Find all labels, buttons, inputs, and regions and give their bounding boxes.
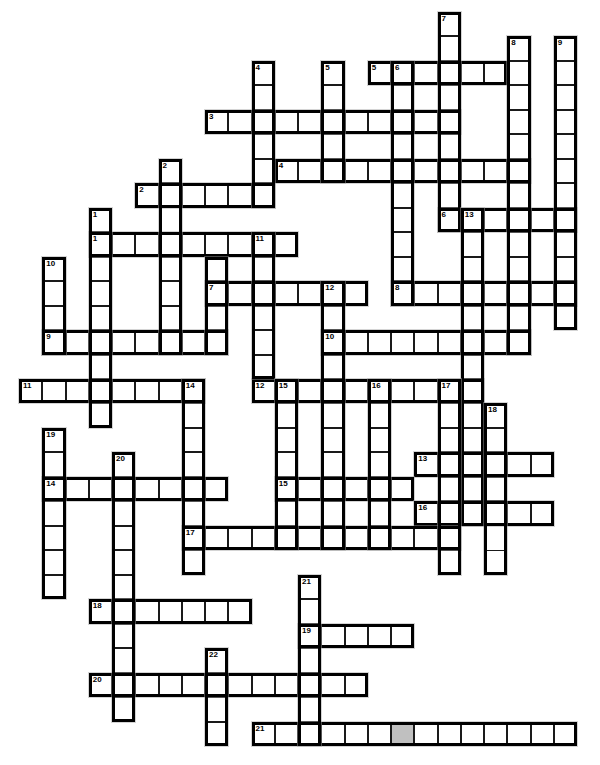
puzzle-cell[interactable]	[252, 379, 275, 403]
puzzle-cell[interactable]	[135, 330, 158, 354]
puzzle-cell[interactable]	[461, 452, 484, 476]
puzzle-cell[interactable]	[414, 159, 437, 183]
puzzle-cell[interactable]	[368, 501, 391, 525]
puzzle-cell[interactable]	[391, 330, 414, 354]
puzzle-cell[interactable]	[205, 183, 228, 207]
puzzle-cell[interactable]	[42, 281, 65, 305]
puzzle-cell[interactable]	[321, 428, 344, 452]
puzzle-cell[interactable]	[42, 330, 65, 354]
puzzle-cell[interactable]	[438, 722, 461, 746]
puzzle-cell[interactable]	[252, 85, 275, 109]
puzzle-cell[interactable]	[484, 722, 507, 746]
puzzle-cell[interactable]	[89, 330, 112, 354]
puzzle-cell[interactable]	[159, 257, 182, 281]
puzzle-cell[interactable]	[368, 624, 391, 648]
puzzle-cell[interactable]	[391, 379, 414, 403]
puzzle-cell[interactable]	[554, 281, 577, 305]
puzzle-cell[interactable]	[554, 183, 577, 207]
crossword-board: 7894556324216131111071289101114121516171…	[0, 0, 600, 765]
puzzle-cell[interactable]	[321, 159, 344, 183]
puzzle-cell[interactable]	[228, 183, 251, 207]
puzzle-cell[interactable]	[321, 110, 344, 134]
puzzle-cell[interactable]	[461, 722, 484, 746]
puzzle-cell[interactable]	[135, 599, 158, 623]
puzzle-cell[interactable]	[159, 159, 182, 183]
puzzle-cell[interactable]	[182, 526, 205, 550]
puzzle-cell[interactable]	[484, 550, 507, 574]
puzzle-cell[interactable]	[438, 208, 461, 232]
puzzle-cell[interactable]	[112, 379, 135, 403]
puzzle-cell[interactable]	[135, 232, 158, 256]
puzzle-cell[interactable]	[42, 526, 65, 550]
puzzle-cell[interactable]	[159, 477, 182, 501]
puzzle-cell[interactable]	[275, 501, 298, 525]
puzzle-cell[interactable]	[321, 526, 344, 550]
puzzle-cell[interactable]	[438, 550, 461, 574]
puzzle-cell[interactable]	[438, 61, 461, 85]
puzzle-cell[interactable]	[298, 697, 321, 721]
puzzle-cell[interactable]	[42, 477, 65, 501]
puzzle-cell[interactable]	[391, 208, 414, 232]
puzzle-cell[interactable]	[531, 281, 554, 305]
puzzle-cell[interactable]	[461, 232, 484, 256]
puzzle-cell[interactable]	[182, 599, 205, 623]
puzzle-cell[interactable]	[298, 624, 321, 648]
puzzle-cell[interactable]	[205, 648, 228, 672]
puzzle-cell[interactable]	[438, 526, 461, 550]
puzzle-cell[interactable]	[391, 85, 414, 109]
puzzle-cell[interactable]	[391, 61, 414, 85]
puzzle-cell[interactable]	[321, 477, 344, 501]
puzzle-cell[interactable]	[205, 257, 228, 281]
puzzle-cell[interactable]	[89, 355, 112, 379]
puzzle-cell[interactable]	[252, 722, 275, 746]
puzzle-cell[interactable]	[182, 673, 205, 697]
puzzle-cell[interactable]	[345, 159, 368, 183]
puzzle-cell[interactable]	[391, 624, 414, 648]
puzzle-cell[interactable]	[368, 428, 391, 452]
puzzle-cell[interactable]	[438, 183, 461, 207]
puzzle-cell[interactable]	[321, 85, 344, 109]
puzzle-cell[interactable]	[484, 501, 507, 525]
puzzle-cell[interactable]	[275, 110, 298, 134]
puzzle-cell[interactable]	[484, 428, 507, 452]
puzzle-cell[interactable]	[461, 281, 484, 305]
puzzle-cell[interactable]	[438, 36, 461, 60]
puzzle-cell[interactable]	[368, 526, 391, 550]
puzzle-cell[interactable]	[507, 306, 530, 330]
puzzle-cell[interactable]	[159, 232, 182, 256]
puzzle-cell[interactable]	[507, 159, 530, 183]
puzzle-cell[interactable]	[507, 257, 530, 281]
puzzle-cell[interactable]	[252, 330, 275, 354]
puzzle-cell[interactable]	[275, 428, 298, 452]
puzzle-cell[interactable]	[461, 501, 484, 525]
crossword-puzzle-page: 7894556324216131111071289101114121516171…	[0, 0, 600, 765]
puzzle-cell[interactable]	[507, 281, 530, 305]
puzzle-cell[interactable]	[345, 281, 368, 305]
puzzle-cell[interactable]	[66, 379, 89, 403]
puzzle-cell[interactable]	[438, 110, 461, 134]
puzzle-cell[interactable]	[66, 330, 89, 354]
puzzle-cell[interactable]	[159, 281, 182, 305]
puzzle-cell[interactable]	[228, 673, 251, 697]
puzzle-cell[interactable]	[252, 159, 275, 183]
puzzle-cell[interactable]	[554, 232, 577, 256]
puzzle-cell[interactable]	[182, 403, 205, 427]
puzzle-cell[interactable]	[368, 403, 391, 427]
puzzle-cell[interactable]	[345, 673, 368, 697]
puzzle-cell[interactable]	[298, 281, 321, 305]
puzzle-cell[interactable]	[391, 477, 414, 501]
puzzle-cell[interactable]	[414, 526, 437, 550]
puzzle-cell[interactable]	[554, 36, 577, 60]
puzzle-cell[interactable]	[89, 257, 112, 281]
puzzle-cell[interactable]	[89, 379, 112, 403]
puzzle-cell[interactable]	[368, 477, 391, 501]
puzzle-cell[interactable]	[438, 403, 461, 427]
puzzle-cell[interactable]	[554, 85, 577, 109]
puzzle-cell[interactable]	[461, 379, 484, 403]
puzzle-cell[interactable]	[321, 355, 344, 379]
puzzle-cell[interactable]	[368, 330, 391, 354]
puzzle-cell[interactable]	[252, 134, 275, 158]
puzzle-cell[interactable]	[182, 379, 205, 403]
puzzle-cell[interactable]	[461, 330, 484, 354]
puzzle-cell[interactable]	[275, 281, 298, 305]
puzzle-cell[interactable]	[252, 110, 275, 134]
puzzle-cell[interactable]	[321, 673, 344, 697]
puzzle-cell[interactable]	[112, 452, 135, 476]
puzzle-cell[interactable]	[321, 61, 344, 85]
puzzle-cell[interactable]	[252, 183, 275, 207]
puzzle-cell[interactable]	[298, 379, 321, 403]
puzzle-cell[interactable]	[414, 452, 437, 476]
puzzle-cell[interactable]	[484, 208, 507, 232]
puzzle-cell[interactable]	[507, 330, 530, 354]
puzzle-cell[interactable]	[89, 599, 112, 623]
puzzle-cell[interactable]	[252, 673, 275, 697]
puzzle-cell[interactable]	[205, 697, 228, 721]
puzzle-cell[interactable]	[484, 281, 507, 305]
puzzle-cell[interactable]	[554, 257, 577, 281]
puzzle-cell[interactable]	[298, 722, 321, 746]
puzzle-cell[interactable]	[368, 159, 391, 183]
puzzle-cell[interactable]	[298, 110, 321, 134]
puzzle-cell[interactable]	[368, 722, 391, 746]
puzzle-cell[interactable]	[554, 722, 577, 746]
puzzle-cell[interactable]	[461, 428, 484, 452]
puzzle-cell[interactable]	[391, 526, 414, 550]
puzzle-cell[interactable]	[205, 599, 228, 623]
puzzle-cell[interactable]	[414, 501, 437, 525]
puzzle-cell[interactable]	[298, 477, 321, 501]
puzzle-cell[interactable]	[321, 624, 344, 648]
gray-cell[interactable]	[391, 722, 414, 746]
puzzle-cell[interactable]	[159, 379, 182, 403]
puzzle-cell[interactable]	[42, 379, 65, 403]
puzzle-cell[interactable]	[414, 281, 437, 305]
puzzle-cell[interactable]	[461, 477, 484, 501]
puzzle-cell[interactable]	[438, 281, 461, 305]
puzzle-cell[interactable]	[205, 330, 228, 354]
puzzle-cell[interactable]	[112, 550, 135, 574]
puzzle-cell[interactable]	[507, 36, 530, 60]
puzzle-cell[interactable]	[252, 306, 275, 330]
puzzle-cell[interactable]	[438, 12, 461, 36]
puzzle-cell[interactable]	[298, 648, 321, 672]
puzzle-cell[interactable]	[182, 550, 205, 574]
puzzle-cell[interactable]	[438, 85, 461, 109]
puzzle-cell[interactable]	[531, 452, 554, 476]
puzzle-cell[interactable]	[345, 526, 368, 550]
puzzle-cell[interactable]	[19, 379, 42, 403]
puzzle-cell[interactable]	[89, 306, 112, 330]
puzzle-cell[interactable]	[182, 452, 205, 476]
puzzle-cell[interactable]	[438, 379, 461, 403]
puzzle-cell[interactable]	[414, 110, 437, 134]
puzzle-cell[interactable]	[531, 208, 554, 232]
puzzle-cell[interactable]	[391, 159, 414, 183]
puzzle-cell[interactable]	[89, 208, 112, 232]
puzzle-cell[interactable]	[484, 330, 507, 354]
puzzle-cell[interactable]	[321, 722, 344, 746]
puzzle-cell[interactable]	[205, 477, 228, 501]
puzzle-cell[interactable]	[531, 501, 554, 525]
puzzle-cell[interactable]	[321, 330, 344, 354]
puzzle-cell[interactable]	[554, 208, 577, 232]
puzzle-cell[interactable]	[228, 599, 251, 623]
puzzle-cell[interactable]	[182, 330, 205, 354]
puzzle-cell[interactable]	[275, 477, 298, 501]
puzzle-cell[interactable]	[252, 61, 275, 85]
puzzle-cell[interactable]	[89, 403, 112, 427]
puzzle-cell[interactable]	[112, 575, 135, 599]
puzzle-cell[interactable]	[42, 257, 65, 281]
puzzle-cell[interactable]	[182, 428, 205, 452]
puzzle-cell[interactable]	[205, 110, 228, 134]
puzzle-cell[interactable]	[321, 379, 344, 403]
puzzle-cell[interactable]	[275, 403, 298, 427]
puzzle-cell[interactable]	[252, 257, 275, 281]
puzzle-cell[interactable]	[159, 599, 182, 623]
puzzle-cell[interactable]	[554, 134, 577, 158]
puzzle-cell[interactable]	[252, 281, 275, 305]
puzzle-cell[interactable]	[182, 501, 205, 525]
puzzle-cell[interactable]	[507, 61, 530, 85]
puzzle-cell[interactable]	[228, 232, 251, 256]
puzzle-cell[interactable]	[391, 110, 414, 134]
puzzle-cell[interactable]	[461, 306, 484, 330]
puzzle-cell[interactable]	[321, 501, 344, 525]
puzzle-cell[interactable]	[438, 330, 461, 354]
puzzle-cell[interactable]	[368, 379, 391, 403]
puzzle-cell[interactable]	[298, 526, 321, 550]
puzzle-cell[interactable]	[461, 61, 484, 85]
puzzle-cell[interactable]	[391, 134, 414, 158]
puzzle-cell[interactable]	[507, 134, 530, 158]
puzzle-cell[interactable]	[391, 183, 414, 207]
puzzle-cell[interactable]	[112, 330, 135, 354]
puzzle-cell[interactable]	[89, 673, 112, 697]
puzzle-cell[interactable]	[228, 281, 251, 305]
puzzle-cell[interactable]	[345, 624, 368, 648]
puzzle-cell[interactable]	[507, 183, 530, 207]
puzzle-cell[interactable]	[135, 477, 158, 501]
puzzle-cell[interactable]	[461, 159, 484, 183]
puzzle-cell[interactable]	[159, 306, 182, 330]
puzzle-cell[interactable]	[275, 379, 298, 403]
puzzle-cell[interactable]	[42, 550, 65, 574]
puzzle-cell[interactable]	[112, 648, 135, 672]
puzzle-cell[interactable]	[298, 159, 321, 183]
puzzle-cell[interactable]	[89, 281, 112, 305]
puzzle-cell[interactable]	[205, 281, 228, 305]
puzzle-cell[interactable]	[438, 452, 461, 476]
puzzle-cell[interactable]	[507, 722, 530, 746]
puzzle-cell[interactable]	[345, 722, 368, 746]
puzzle-cell[interactable]	[135, 379, 158, 403]
puzzle-cell[interactable]	[298, 599, 321, 623]
puzzle-cell[interactable]	[66, 477, 89, 501]
puzzle-cell[interactable]	[438, 159, 461, 183]
puzzle-cell[interactable]	[275, 526, 298, 550]
puzzle-cell[interactable]	[484, 452, 507, 476]
puzzle-cell[interactable]	[461, 355, 484, 379]
puzzle-cell[interactable]	[345, 477, 368, 501]
puzzle-cell[interactable]	[321, 452, 344, 476]
puzzle-cell[interactable]	[275, 722, 298, 746]
puzzle-cell[interactable]	[484, 61, 507, 85]
puzzle-cell[interactable]	[298, 575, 321, 599]
puzzle-cell[interactable]	[135, 183, 158, 207]
puzzle-cell[interactable]	[507, 110, 530, 134]
puzzle-cell[interactable]	[438, 477, 461, 501]
puzzle-cell[interactable]	[42, 452, 65, 476]
puzzle-cell[interactable]	[89, 477, 112, 501]
puzzle-cell[interactable]	[345, 110, 368, 134]
puzzle-cell[interactable]	[228, 526, 251, 550]
puzzle-cell[interactable]	[484, 159, 507, 183]
puzzle-cell[interactable]	[484, 477, 507, 501]
puzzle-cell[interactable]	[112, 477, 135, 501]
puzzle-cell[interactable]	[205, 673, 228, 697]
puzzle-cell[interactable]	[554, 159, 577, 183]
puzzle-cell[interactable]	[507, 232, 530, 256]
puzzle-cell[interactable]	[42, 575, 65, 599]
puzzle-cell[interactable]	[391, 281, 414, 305]
puzzle-cell[interactable]	[414, 722, 437, 746]
puzzle-cell[interactable]	[507, 501, 530, 525]
puzzle-cell[interactable]	[205, 306, 228, 330]
puzzle-cell[interactable]	[461, 403, 484, 427]
puzzle-cell[interactable]	[252, 232, 275, 256]
puzzle-cell[interactable]	[252, 355, 275, 379]
puzzle-cell[interactable]	[252, 526, 275, 550]
puzzle-cell[interactable]	[275, 673, 298, 697]
puzzle-cell[interactable]	[89, 232, 112, 256]
puzzle-cell[interactable]	[42, 428, 65, 452]
puzzle-cell[interactable]	[228, 110, 251, 134]
puzzle-cell[interactable]	[438, 501, 461, 525]
puzzle-cell[interactable]	[438, 428, 461, 452]
puzzle-cell[interactable]	[275, 232, 298, 256]
puzzle-cell[interactable]	[321, 403, 344, 427]
puzzle-cell[interactable]	[345, 379, 368, 403]
puzzle-cell[interactable]	[531, 722, 554, 746]
puzzle-cell[interactable]	[112, 599, 135, 623]
puzzle-cell[interactable]	[507, 452, 530, 476]
puzzle-cell[interactable]	[42, 501, 65, 525]
puzzle-cell[interactable]	[159, 330, 182, 354]
puzzle-cell[interactable]	[182, 477, 205, 501]
puzzle-cell[interactable]	[368, 110, 391, 134]
puzzle-cell[interactable]	[414, 330, 437, 354]
puzzle-cell[interactable]	[112, 526, 135, 550]
puzzle-cell[interactable]	[275, 159, 298, 183]
puzzle-cell[interactable]	[484, 403, 507, 427]
puzzle-cell[interactable]	[321, 306, 344, 330]
puzzle-cell[interactable]	[275, 452, 298, 476]
puzzle-cell[interactable]	[42, 306, 65, 330]
puzzle-cell[interactable]	[414, 379, 437, 403]
puzzle-cell[interactable]	[159, 183, 182, 207]
puzzle-cell[interactable]	[368, 61, 391, 85]
puzzle-cell[interactable]	[205, 722, 228, 746]
puzzle-cell[interactable]	[461, 208, 484, 232]
puzzle-cell[interactable]	[554, 61, 577, 85]
puzzle-cell[interactable]	[112, 624, 135, 648]
puzzle-cell[interactable]	[507, 208, 530, 232]
puzzle-cell[interactable]	[112, 673, 135, 697]
puzzle-cell[interactable]	[135, 673, 158, 697]
puzzle-cell[interactable]	[205, 526, 228, 550]
puzzle-cell[interactable]	[298, 673, 321, 697]
puzzle-cell[interactable]	[554, 306, 577, 330]
puzzle-cell[interactable]	[414, 61, 437, 85]
puzzle-cell[interactable]	[391, 257, 414, 281]
puzzle-cell[interactable]	[345, 330, 368, 354]
puzzle-cell[interactable]	[182, 183, 205, 207]
puzzle-cell[interactable]	[112, 501, 135, 525]
puzzle-cell[interactable]	[205, 232, 228, 256]
puzzle-cell[interactable]	[368, 452, 391, 476]
puzzle-cell[interactable]	[438, 134, 461, 158]
puzzle-cell[interactable]	[461, 257, 484, 281]
puzzle-cell[interactable]	[554, 110, 577, 134]
puzzle-cell[interactable]	[321, 134, 344, 158]
puzzle-cell[interactable]	[507, 85, 530, 109]
puzzle-cell[interactable]	[391, 232, 414, 256]
puzzle-cell[interactable]	[112, 697, 135, 721]
puzzle-cell[interactable]	[182, 232, 205, 256]
puzzle-cell[interactable]	[112, 232, 135, 256]
puzzle-cell[interactable]	[321, 281, 344, 305]
puzzle-cell[interactable]	[159, 673, 182, 697]
